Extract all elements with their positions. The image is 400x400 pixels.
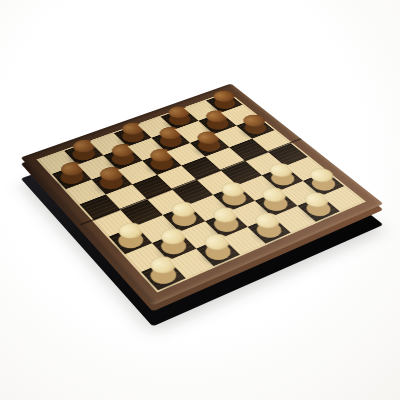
product-photo-scene	[0, 0, 400, 400]
checkers-board	[21, 84, 384, 306]
board-playing-area	[36, 92, 365, 293]
